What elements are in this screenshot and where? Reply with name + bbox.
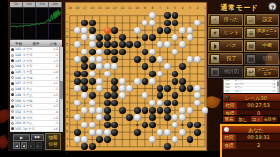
black-stone-icon	[11, 71, 14, 74]
white-stone-icon	[11, 110, 14, 113]
black-stone	[111, 27, 118, 34]
move-cell: 142	[15, 53, 23, 57]
white-stone	[96, 107, 103, 114]
move-cell: 4-十七	[23, 104, 49, 108]
thinking-info-list: 1548-十八-115510-十七+61565-十六-315713-二+4158…	[223, 79, 280, 94]
move-cell: 10-十七	[23, 127, 49, 131]
button-label: 投了	[221, 56, 242, 62]
hint-button[interactable]: ☀ヒント	[208, 27, 243, 39]
black-stone	[149, 34, 156, 41]
black-stone	[104, 34, 111, 41]
black-stone-icon	[11, 105, 14, 108]
move-list[interactable]: 1414-十六+21423-十七-11432-十六+31445-十七-21453…	[10, 47, 59, 132]
list-icon: ≡	[246, 28, 256, 38]
col-label: 11	[126, 6, 133, 10]
move-cell: 5-十八	[23, 87, 49, 91]
black-stone-icon	[11, 59, 14, 62]
col-label: 8	[149, 6, 156, 10]
black-stone	[194, 129, 201, 136]
white-stone	[179, 129, 186, 136]
move-cell: 152	[15, 110, 23, 114]
black-stone	[104, 49, 111, 56]
white-stone	[194, 85, 201, 92]
white-stone	[81, 107, 88, 114]
black-stone	[142, 78, 149, 85]
black-stone	[164, 20, 171, 27]
move-cell: +4	[49, 70, 59, 74]
black-stone	[104, 114, 111, 121]
white-stone	[187, 56, 194, 63]
black-stone	[179, 78, 186, 85]
scrollbar-thumb[interactable]	[60, 81, 63, 99]
black-stone	[142, 107, 149, 114]
white-stone	[104, 63, 111, 70]
row-label: 十九	[66, 143, 70, 150]
white-stone	[157, 129, 164, 136]
white-stone	[164, 129, 171, 136]
prev-move-button[interactable]: ◀	[21, 142, 28, 149]
col-move-point: 着手	[27, 42, 44, 46]
black-stone	[149, 122, 156, 129]
black-player-header: レベル30	[223, 94, 280, 101]
white-stone	[74, 27, 81, 34]
row-label: 八	[66, 63, 70, 70]
white-stone	[187, 27, 194, 34]
info-toggle-line1: 情報	[46, 134, 60, 141]
white-stone	[134, 27, 141, 34]
move-cell: 141	[15, 47, 23, 51]
black-stone	[89, 27, 96, 34]
white-stone-icon	[224, 127, 229, 132]
door-icon: ▤	[246, 41, 256, 51]
button-label: 設定	[257, 17, 278, 23]
move-cell: 4-十六	[23, 47, 49, 51]
move-cell: 3-十五	[23, 70, 49, 74]
black-stone	[89, 49, 96, 56]
white-stone	[187, 107, 194, 114]
black-time-value: 00:27:53	[237, 102, 280, 109]
white-stone	[119, 78, 126, 85]
move-cell: 2-十六	[23, 59, 49, 63]
row-label: 二	[66, 19, 70, 26]
black-stone	[179, 85, 186, 92]
autoplay-button[interactable]: ▶▶	[31, 134, 44, 141]
study-diagram-button: ▩検討図	[208, 66, 243, 78]
button-label: 待った	[221, 17, 242, 23]
pass-button[interactable]: ◗パス	[208, 40, 243, 52]
mode-header: 通常モード	[212, 3, 267, 13]
handicap-value: 無し	[235, 116, 251, 122]
black-stone	[172, 78, 179, 85]
check-icon: ☑	[246, 15, 256, 25]
white-stone	[74, 114, 81, 121]
move-cell: 148	[15, 87, 23, 91]
white-stone	[134, 114, 141, 121]
white-stone	[81, 27, 88, 34]
white-stone	[172, 136, 179, 143]
white-stone-icon	[11, 65, 14, 68]
black-stone	[119, 107, 126, 114]
playback-controls: ▶ ▶▶ 情報 切替 |◀◀▶▶|	[10, 132, 62, 151]
move-cell: 147	[15, 81, 23, 85]
move-cell: 3-十七	[23, 53, 49, 57]
black-stone	[89, 20, 96, 27]
move-cell: 8-十八	[23, 121, 49, 125]
col-label: 19	[66, 6, 73, 10]
white-stone	[179, 107, 186, 114]
col-label: 7	[156, 6, 163, 10]
komi-value: 6目半	[263, 116, 279, 122]
black-stone	[81, 78, 88, 85]
hatch-icon: ▩	[210, 67, 220, 77]
black-stone	[104, 122, 111, 129]
first-move-button[interactable]: |◀	[13, 142, 20, 149]
black-stone	[157, 27, 164, 34]
move-cell: 4-十四	[23, 76, 49, 80]
black-stone	[74, 129, 81, 136]
play-button[interactable]: ▶	[13, 134, 30, 141]
black-stone	[104, 41, 111, 48]
white-stone	[74, 41, 81, 48]
row-label: 十八	[66, 136, 70, 143]
black-stone	[134, 107, 141, 114]
evaluation-graph	[10, 7, 62, 40]
black-stone	[149, 114, 156, 121]
help-icon[interactable]: ?	[268, 2, 277, 11]
col-label: 2	[194, 6, 201, 10]
black-stone	[74, 78, 81, 85]
row-label: 三	[66, 27, 70, 34]
black-stone	[96, 136, 103, 143]
black-stone	[187, 136, 194, 143]
black-stone	[111, 78, 118, 85]
col-label: 14	[104, 6, 111, 10]
black-stone	[194, 122, 201, 129]
bulb-icon: ☀	[210, 28, 220, 38]
row-label: 六	[66, 49, 70, 56]
black-player-panel: レベル30 時間 00:27:53 獲得 0	[222, 93, 280, 117]
handicap-label: 置石	[223, 116, 235, 122]
move-cell: 153	[15, 116, 23, 120]
settings-button[interactable]: ☑設定	[244, 14, 279, 26]
white-player-name: あなた	[231, 127, 280, 133]
move-cell: +1	[49, 81, 59, 85]
white-player-panel: あなた 時間 00:19:31 獲得 2	[220, 124, 280, 157]
black-stone	[111, 56, 118, 63]
white-stone	[89, 107, 96, 114]
last-move-stone	[104, 27, 111, 34]
row-label: 七	[66, 56, 70, 63]
black-stone	[157, 107, 164, 114]
black-stone	[89, 63, 96, 70]
col-label: 6	[164, 6, 171, 10]
black-player-name: レベル30	[232, 95, 280, 101]
last-move-button: ▶|	[36, 142, 43, 149]
white-stone	[89, 100, 96, 107]
adjourn-button[interactable]: ▤中断	[244, 40, 279, 52]
row-label: 十四	[66, 107, 70, 114]
resign-button[interactable]: ⚑投了	[208, 53, 243, 65]
black-stone	[134, 56, 141, 63]
go-board[interactable]: 19181716151413121110987654321一二三四五六七八九十十…	[65, 2, 207, 151]
kifu-menu-button[interactable]: ≡棋譜メニュー	[244, 27, 279, 39]
row-label: 五	[66, 41, 70, 48]
move-cell: 146	[15, 76, 23, 80]
col-label: 16	[89, 6, 96, 10]
grid-icon: ▦	[246, 54, 256, 64]
white-stone	[104, 71, 111, 78]
row-label: 四	[66, 34, 70, 41]
row-label: 一	[66, 12, 70, 19]
move-cell: +6	[49, 127, 59, 131]
black-stone	[164, 143, 171, 150]
col-label: 18	[74, 6, 81, 10]
col-move-eval: 評価	[45, 42, 62, 46]
row-label: 九	[66, 70, 70, 77]
white-captures-value: 2	[236, 142, 280, 149]
black-stone	[104, 92, 111, 99]
black-stone	[119, 41, 126, 48]
white-stone	[81, 34, 88, 41]
white-stone	[96, 56, 103, 63]
move-cell: -1	[49, 87, 59, 91]
speech-icon: ◗	[210, 41, 220, 51]
col-label: 17	[81, 6, 88, 10]
move-cell: 9-十六	[23, 116, 49, 120]
row-label: 十六	[66, 121, 70, 128]
move-cell: +2	[49, 47, 59, 51]
move-cell: -2	[49, 99, 59, 103]
row-label: 十七	[66, 129, 70, 136]
col-label: 1	[202, 6, 209, 10]
col-move-number: 手数	[10, 42, 27, 46]
black-stone-icon	[11, 127, 14, 130]
move-cell: 5-十七	[23, 64, 49, 68]
col-label: 5	[171, 6, 178, 10]
back-to-menu-button[interactable]: ↩メニューへ戻る	[244, 66, 279, 78]
black-stone	[89, 78, 96, 85]
white-stone	[74, 85, 81, 92]
move-cell: +2	[49, 116, 59, 120]
black-stone	[149, 56, 156, 63]
button-label: 棋譜メニュー	[257, 29, 278, 38]
black-stone	[119, 34, 126, 41]
black-stone	[81, 56, 88, 63]
row-label: 十五	[66, 114, 70, 121]
col-label: 13	[111, 6, 118, 10]
komi-label: コミ	[251, 116, 263, 122]
button-label: パス	[221, 43, 242, 49]
next-move-button: ▶	[28, 142, 35, 149]
move-cell: 3-十八	[23, 93, 49, 97]
white-stone-icon	[11, 88, 14, 91]
col-label: 15	[96, 6, 103, 10]
white-stone	[134, 78, 141, 85]
white-time-label: 時間	[222, 134, 236, 141]
white-stone	[194, 56, 201, 63]
white-stone	[96, 78, 103, 85]
info-rows: 1548-十八-115510-十七+61565-十六-315713-二+4158…	[224, 80, 279, 94]
info-toggle-button[interactable]: 情報 切替	[45, 133, 61, 150]
white-stone	[149, 78, 156, 85]
black-stone	[104, 136, 111, 143]
white-stone	[89, 56, 96, 63]
black-stone-icon	[225, 95, 230, 100]
black-stone-icon	[11, 82, 14, 85]
white-stone	[157, 56, 164, 63]
move-cell: 6-十四	[23, 99, 49, 103]
black-stone	[119, 49, 126, 56]
move-cell: 143	[15, 59, 23, 63]
button-label: 中断	[257, 43, 278, 49]
white-stone	[96, 85, 103, 92]
move-cell: 155	[15, 127, 23, 131]
info-list-scrollbar[interactable]	[277, 80, 280, 93]
col-label: 4	[179, 6, 186, 10]
black-stone	[164, 85, 171, 92]
white-stone	[96, 129, 103, 136]
black-stone	[157, 85, 164, 92]
white-stone	[89, 34, 96, 41]
white-stone	[74, 136, 81, 143]
move-list-header: 手数 着手 評価	[10, 40, 62, 47]
return-icon: ↩	[246, 67, 256, 77]
black-stone	[164, 114, 171, 121]
move-cell: -2	[49, 64, 59, 68]
flag-icon: ⚑	[210, 54, 220, 64]
white-stone-icon	[11, 76, 14, 79]
move-cell: -1	[49, 53, 59, 57]
move-cell: +3	[49, 59, 59, 63]
black-stone-icon	[11, 93, 14, 96]
white-stone	[149, 12, 156, 19]
move-cell: 149	[15, 93, 23, 97]
undo-button[interactable]: ☝待った	[208, 14, 243, 26]
button-label: メニューへ戻る	[257, 68, 278, 77]
button-label: ヒント	[221, 30, 242, 36]
white-stone	[149, 136, 156, 143]
row-label: 十三	[66, 100, 70, 107]
move-cell: 144	[15, 64, 23, 68]
black-stone	[104, 100, 111, 107]
white-stone	[89, 122, 96, 129]
info-toggle-line2: 切替	[46, 141, 60, 148]
white-stone	[89, 41, 96, 48]
move-cell: 2-十七	[23, 81, 49, 85]
white-stone	[89, 71, 96, 78]
handicap-komi-row: 置石 無し コミ 6目半	[222, 115, 279, 123]
black-stone	[164, 107, 171, 114]
black-stone	[149, 71, 156, 78]
hand-icon: ☝	[210, 15, 220, 25]
evaluate-button: ▦形勢	[244, 53, 279, 65]
move-cell: -4	[49, 110, 59, 114]
white-time-value: 00:19:31	[236, 134, 280, 141]
black-stone	[81, 85, 88, 92]
black-stone	[134, 129, 141, 136]
black-stone	[149, 107, 156, 114]
col-label: 12	[119, 6, 126, 10]
white-stone	[202, 107, 209, 114]
white-stone-icon	[11, 122, 14, 125]
white-stone	[149, 20, 156, 27]
white-stone-icon	[11, 54, 14, 57]
black-stone	[104, 107, 111, 114]
move-cell: -1	[49, 121, 59, 125]
black-stone	[74, 71, 81, 78]
black-stone-icon	[11, 48, 14, 51]
move-cell: 150	[15, 99, 23, 103]
black-time-label: 時間	[223, 102, 237, 109]
row-label: 十	[66, 78, 70, 85]
black-stone	[111, 129, 118, 136]
move-cell: 151	[15, 104, 23, 108]
black-stone	[142, 34, 149, 41]
col-label: 9	[141, 6, 148, 10]
white-stone-icon	[11, 99, 14, 102]
black-stone	[164, 27, 171, 34]
col-label: 3	[187, 6, 194, 10]
white-stone	[119, 85, 126, 92]
move-cell: +5	[49, 93, 59, 97]
black-stone	[164, 12, 171, 19]
row-label: 十一	[66, 85, 70, 92]
move-cell: 145	[15, 70, 23, 74]
white-stone	[74, 100, 81, 107]
black-stone	[89, 92, 96, 99]
white-stone	[119, 92, 126, 99]
move-cell: -3	[49, 76, 59, 80]
white-captures-label: 獲得	[222, 142, 236, 149]
command-buttons: ☝待った☑設定☀ヒント≡棋譜メニュー◗パス▤中断⚑投了▦形勢▩検討図↩メニューへ…	[208, 14, 279, 78]
col-label: 10	[134, 6, 141, 10]
white-player-header: あなた	[222, 126, 280, 133]
white-stone	[74, 56, 81, 63]
black-stone	[134, 41, 141, 48]
button-label: 検討図	[221, 69, 242, 75]
black-stone-icon	[11, 116, 14, 119]
white-stone	[164, 63, 171, 70]
white-stone	[179, 114, 186, 121]
white-stone	[179, 27, 186, 34]
move-cell: 154	[15, 121, 23, 125]
button-label: 形勢	[257, 56, 278, 62]
white-stone	[81, 136, 88, 143]
white-stone	[89, 129, 96, 136]
move-list-scrollbar[interactable]	[59, 47, 63, 132]
move-cell: +3	[49, 104, 59, 108]
white-stone	[164, 41, 171, 48]
move-cell: 3-十六	[23, 110, 49, 114]
black-stone	[179, 63, 186, 70]
white-stone	[104, 129, 111, 136]
row-label: 十二	[66, 92, 70, 99]
black-stone	[89, 143, 96, 150]
